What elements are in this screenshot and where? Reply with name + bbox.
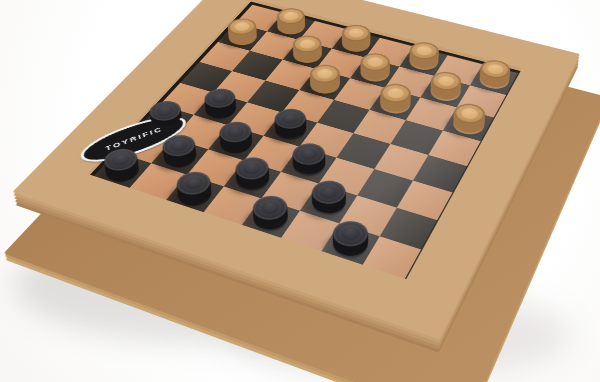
- product-photo-scene: TOYRIFIC: [0, 0, 600, 382]
